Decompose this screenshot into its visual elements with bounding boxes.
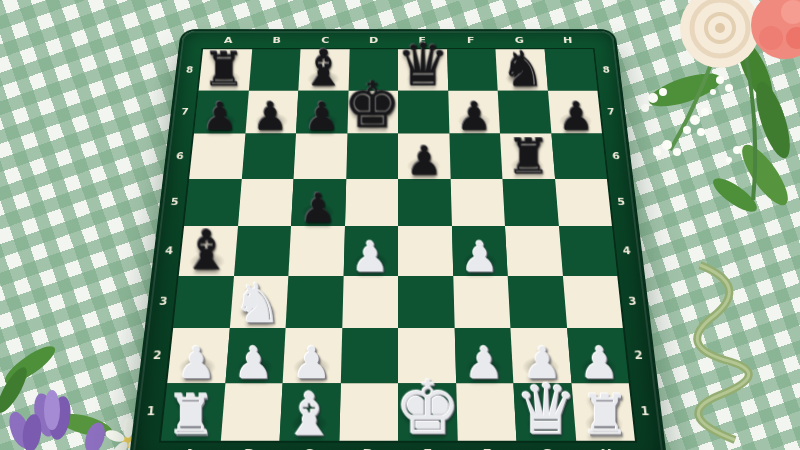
rank-label-6: 6 (167, 134, 192, 179)
square-g8[interactable]: ♞ (495, 49, 547, 90)
square-e3[interactable] (398, 276, 454, 328)
square-a4[interactable]: ♝ (179, 226, 238, 276)
file-label-d: D (338, 443, 398, 450)
square-h7[interactable]: ♟ (548, 90, 602, 133)
rank-label-7: 7 (173, 90, 197, 133)
rank-label-7: 7 (599, 90, 623, 133)
file-label-a: A (158, 443, 220, 450)
file-label-h: H (543, 33, 593, 48)
square-f4[interactable]: ♟ (451, 226, 507, 276)
piece-white-rook-h1[interactable]: ♜ (580, 392, 630, 439)
square-g3[interactable] (508, 276, 567, 328)
square-d1[interactable] (339, 383, 398, 441)
chess-board-frame: ABCDEFGH ABCDEFGH 87654321 87654321 ♜♝♛♞… (131, 31, 665, 450)
rank-label-8: 8 (178, 49, 202, 90)
piece-white-pawn-d4[interactable]: ♟ (352, 239, 390, 275)
file-label-g: G (517, 443, 578, 450)
square-a7[interactable]: ♟ (194, 90, 248, 133)
square-e8[interactable]: ♛ (398, 49, 448, 90)
file-label-b: B (252, 33, 302, 48)
piece-white-pawn-f2[interactable]: ♟ (465, 344, 505, 381)
file-label-d: D (349, 33, 398, 48)
square-f7[interactable]: ♟ (448, 90, 500, 133)
piece-black-pawn-c5[interactable]: ♟ (299, 190, 336, 225)
square-c2[interactable]: ♟ (283, 328, 342, 383)
square-c5[interactable]: ♟ (291, 179, 346, 226)
piece-white-king-e1[interactable]: ♚ (394, 377, 460, 440)
square-e6[interactable]: ♟ (398, 134, 450, 179)
square-b8[interactable] (248, 49, 300, 90)
square-f5[interactable] (450, 179, 505, 226)
piece-black-pawn-c7[interactable]: ♟ (304, 100, 339, 133)
chess-board-grid: ♜♝♛♞♟♟♟♚♟♟♟♜♟♝♟♟♞♟♟♟♟♟♟♜♝♚♛♜ (161, 49, 635, 440)
square-f2[interactable]: ♟ (454, 328, 513, 383)
square-h5[interactable] (555, 179, 612, 226)
square-g5[interactable] (502, 179, 558, 226)
piece-black-rook-g6[interactable]: ♜ (506, 136, 550, 178)
square-b3[interactable]: ♞ (229, 276, 288, 328)
square-g4[interactable] (505, 226, 562, 276)
file-label-f: F (457, 443, 518, 450)
square-c4[interactable] (288, 226, 344, 276)
square-f3[interactable] (453, 276, 511, 328)
rank-label-4: 4 (614, 226, 640, 276)
square-a3[interactable] (173, 276, 233, 328)
piece-black-pawn-h7[interactable]: ♟ (559, 100, 594, 133)
file-labels-bottom: ABCDEFGH (158, 443, 637, 450)
square-c3[interactable] (286, 276, 344, 328)
square-d2[interactable] (340, 328, 398, 383)
square-h6[interactable] (551, 134, 607, 179)
square-h3[interactable] (562, 276, 622, 328)
piece-white-pawn-f4[interactable]: ♟ (461, 239, 499, 275)
piece-white-pawn-a2[interactable]: ♟ (176, 344, 216, 381)
square-e7[interactable] (398, 90, 449, 133)
square-a2[interactable]: ♟ (167, 328, 229, 383)
square-b6[interactable] (241, 134, 296, 179)
square-g7[interactable] (498, 90, 551, 133)
rank-label-2: 2 (143, 328, 171, 383)
piece-white-rook-a1[interactable]: ♜ (166, 392, 216, 439)
square-a8[interactable]: ♜ (199, 49, 252, 90)
square-d4[interactable]: ♟ (343, 226, 398, 276)
piece-black-king-d7[interactable]: ♚ (344, 79, 401, 133)
chess-app-screen: ABCDEFGH ABCDEFGH 87654321 87654321 ♜♝♛♞… (0, 0, 800, 450)
file-label-b: B (218, 443, 279, 450)
file-label-e: E (398, 443, 458, 450)
file-label-f: F (446, 33, 495, 48)
rank-label-4: 4 (156, 226, 182, 276)
rank-label-2: 2 (625, 328, 653, 383)
square-e1[interactable]: ♚ (398, 383, 457, 441)
square-d5[interactable] (345, 179, 398, 226)
piece-white-bishop-c1[interactable]: ♝ (282, 389, 336, 440)
square-h1[interactable]: ♜ (571, 383, 635, 441)
piece-black-pawn-b7[interactable]: ♟ (253, 100, 288, 133)
piece-white-pawn-b2[interactable]: ♟ (234, 344, 274, 381)
square-c1[interactable]: ♝ (280, 383, 341, 441)
piece-white-queen-g1[interactable]: ♛ (515, 380, 578, 440)
square-h8[interactable] (544, 49, 597, 90)
piece-black-knight-g8[interactable]: ♞ (501, 49, 544, 90)
square-h4[interactable] (558, 226, 617, 276)
rank-label-6: 6 (604, 134, 629, 179)
piece-white-pawn-h2[interactable]: ♟ (580, 344, 620, 381)
rank-label-5: 5 (609, 179, 635, 226)
piece-black-pawn-f7[interactable]: ♟ (457, 100, 492, 133)
square-b5[interactable] (238, 179, 294, 226)
rank-label-3: 3 (619, 276, 646, 328)
piece-black-queen-e8[interactable]: ♛ (396, 40, 449, 90)
square-b7[interactable]: ♟ (245, 90, 298, 133)
square-c7[interactable]: ♟ (296, 90, 348, 133)
piece-white-pawn-c2[interactable]: ♟ (292, 344, 332, 381)
piece-black-pawn-a7[interactable]: ♟ (202, 100, 237, 133)
piece-black-bishop-c8[interactable]: ♝ (301, 47, 346, 90)
square-e4[interactable] (398, 226, 453, 276)
rank-label-8: 8 (595, 49, 619, 90)
file-label-c: C (278, 443, 339, 450)
board-scene: ABCDEFGH ABCDEFGH 87654321 87654321 ♜♝♛♞… (0, 0, 800, 450)
piece-black-bishop-a4[interactable]: ♝ (181, 228, 231, 275)
square-d6[interactable] (346, 134, 398, 179)
square-b2[interactable]: ♟ (225, 328, 286, 383)
piece-black-pawn-e6[interactable]: ♟ (406, 144, 442, 178)
square-c8[interactable]: ♝ (298, 49, 349, 90)
piece-white-knight-b3[interactable]: ♞ (233, 280, 282, 327)
square-e5[interactable] (398, 179, 451, 226)
rank-label-3: 3 (150, 276, 177, 328)
square-g6[interactable]: ♜ (500, 134, 555, 179)
square-d7[interactable]: ♚ (347, 90, 398, 133)
file-label-h: H (576, 443, 638, 450)
rank-label-1: 1 (631, 383, 660, 441)
square-d3[interactable] (342, 276, 398, 328)
square-f6[interactable] (449, 134, 502, 179)
piece-black-rook-a8[interactable]: ♜ (203, 50, 245, 90)
square-f1[interactable] (456, 383, 517, 441)
square-c6[interactable] (294, 134, 347, 179)
square-b4[interactable] (234, 226, 291, 276)
square-b1[interactable] (220, 383, 282, 441)
square-a6[interactable] (189, 134, 245, 179)
square-a1[interactable]: ♜ (161, 383, 225, 441)
square-g1[interactable]: ♛ (513, 383, 575, 441)
square-f8[interactable] (447, 49, 498, 90)
